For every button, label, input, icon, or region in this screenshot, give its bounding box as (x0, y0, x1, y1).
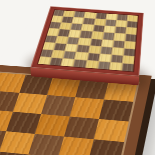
square-dark (64, 51, 76, 59)
square-dark (111, 55, 123, 63)
square-dark (88, 139, 124, 155)
box-top-face (30, 6, 144, 76)
square-dark (90, 39, 101, 46)
square-light (102, 40, 113, 47)
square-light (52, 50, 64, 58)
square-light (110, 62, 122, 70)
square-dark (100, 47, 112, 54)
square-dark (49, 22, 61, 29)
square-light (47, 29, 59, 36)
square-dark (68, 37, 80, 44)
square-dark (80, 31, 91, 38)
square-dark (77, 45, 89, 52)
square-light (56, 36, 68, 43)
square-light (43, 42, 55, 49)
square-light (123, 56, 135, 64)
square-light (62, 59, 74, 67)
square-dark (103, 33, 114, 40)
square-light (114, 34, 125, 41)
square-dark (115, 27, 126, 34)
square-light (126, 28, 137, 35)
square-light (58, 137, 94, 155)
square-dark (58, 29, 70, 36)
square-dark (99, 99, 133, 121)
square-dark (122, 63, 134, 71)
square-dark (45, 35, 57, 42)
square-dark (40, 49, 53, 57)
square-light (89, 46, 101, 53)
square-light (86, 61, 98, 69)
square-light (79, 38, 91, 45)
square-light (66, 44, 78, 51)
square-dark (71, 24, 82, 31)
square-light (99, 54, 111, 62)
square-dark (93, 25, 104, 32)
square-light (38, 57, 51, 65)
square-light (112, 47, 123, 55)
square-dark (113, 40, 124, 47)
square-dark (87, 53, 99, 61)
square-dark (98, 61, 110, 69)
square-light (125, 41, 136, 48)
square-light (82, 25, 93, 32)
square-dark (124, 48, 135, 56)
square-dark (125, 34, 136, 41)
small-chessboard-box (31, 15, 143, 86)
square-light (92, 32, 103, 39)
square-dark (74, 60, 86, 68)
square-light (94, 119, 129, 142)
square-dark (54, 43, 66, 50)
small-chessboard-squares (38, 10, 138, 72)
square-light (75, 52, 87, 60)
square-dark (50, 58, 63, 66)
square-light (69, 30, 81, 37)
photo-scene (0, 0, 155, 155)
